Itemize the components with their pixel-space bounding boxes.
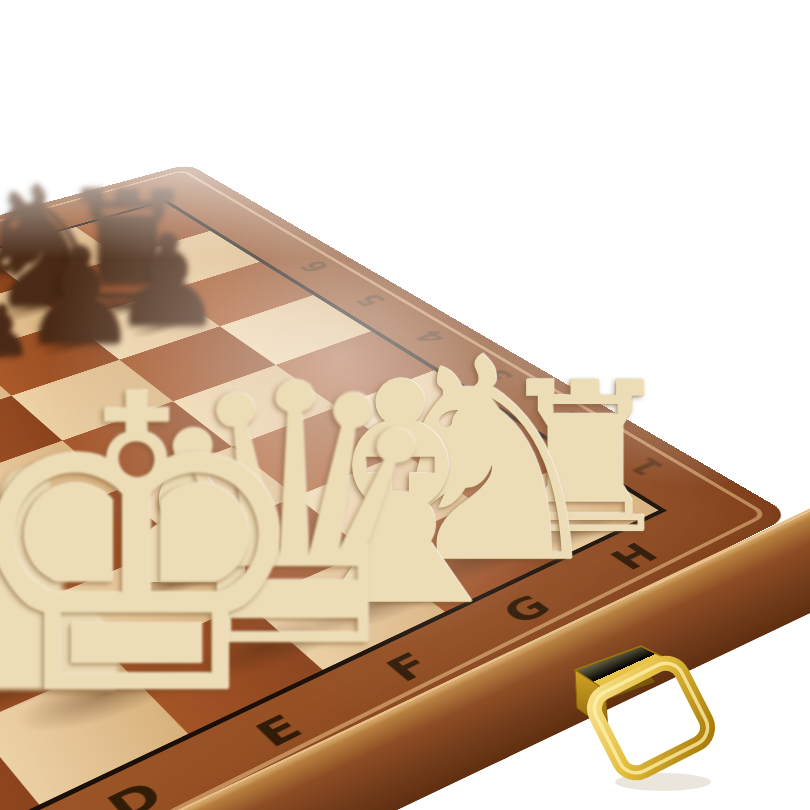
brass-clasp — [545, 612, 735, 797]
white-king-d1: ♚ — [0, 343, 319, 752]
chess-set-photo: CDEFGH 123456 ♟♚♟♛♝♞♜♟♞♟♜♟ — [0, 0, 810, 810]
